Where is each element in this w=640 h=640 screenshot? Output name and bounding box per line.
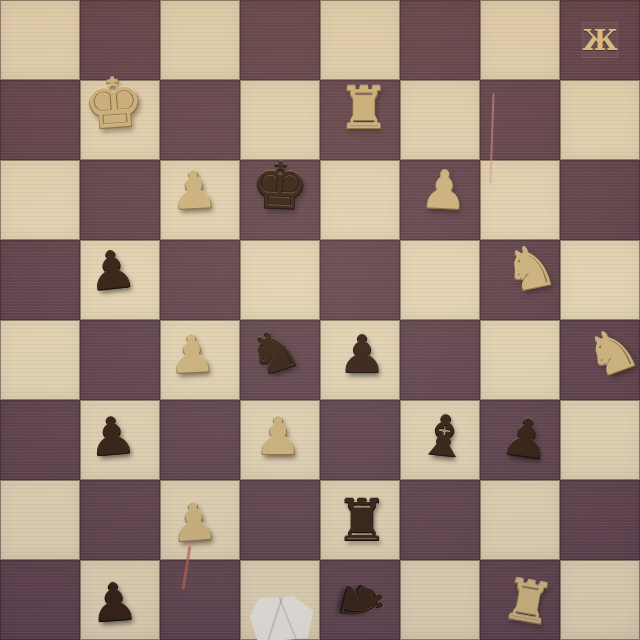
black-knight-d4[interactable]: ♞ <box>224 302 325 403</box>
black-knight-e1[interactable]: ♞ <box>313 553 411 640</box>
black-pawn-g3[interactable]: ♟ <box>481 393 571 483</box>
chess-board-photo: Ж ♚♜♟♚♟♟♞♟♞♟♞♟♟♝♟♟♜♟♞♜ <box>0 0 640 640</box>
black-king-d6[interactable]: ♚ <box>239 145 322 228</box>
white-pawn-c6[interactable]: ♟ <box>152 148 236 232</box>
pieces-layer: ♚♜♟♚♟♟♞♟♞♟♞♟♟♝♟♟♜♟♞♜ <box>0 0 640 640</box>
white-pawn-d3[interactable]: ♟ <box>238 396 318 476</box>
white-rook-e7[interactable]: ♜ <box>324 68 404 148</box>
black-pawn-b5[interactable]: ♟ <box>68 226 156 314</box>
white-pawn-f6[interactable]: ♟ <box>402 148 486 232</box>
black-rook-e2[interactable]: ♜ <box>322 480 402 560</box>
black-pawn-b1[interactable]: ♟ <box>71 559 156 640</box>
black-pawn-b3[interactable]: ♟ <box>69 393 156 480</box>
white-king-b7[interactable]: ♚ <box>71 61 156 146</box>
white-knight-h4[interactable]: ♞ <box>561 301 640 404</box>
white-knight-g5[interactable]: ♞ <box>483 221 578 316</box>
black-bishop-f3[interactable]: ♝ <box>400 392 488 480</box>
black-pawn-e4[interactable]: ♟ <box>322 314 402 394</box>
white-pawn-c2[interactable]: ♟ <box>151 479 236 564</box>
white-pawn-c4[interactable]: ♟ <box>150 312 234 396</box>
white-rook-g1[interactable]: ♜ <box>482 556 575 640</box>
